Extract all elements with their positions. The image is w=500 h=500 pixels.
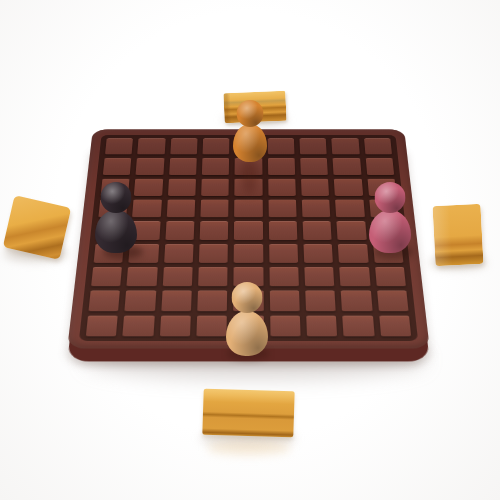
board-cell [379, 315, 411, 336]
board-cell [86, 315, 118, 336]
board-cell [162, 267, 192, 287]
board-cell [341, 291, 372, 311]
pawn-east [369, 182, 411, 253]
board-cell [168, 179, 196, 196]
wall-stack-west [3, 195, 71, 260]
pawn-east-body [369, 210, 411, 253]
board-cell [377, 291, 409, 311]
board-cell [332, 138, 360, 154]
board-cell [160, 315, 191, 336]
board-cell [105, 138, 133, 154]
board-cell [270, 315, 301, 336]
board-cell [91, 267, 122, 287]
board-cell [161, 291, 192, 311]
board-cell [270, 291, 300, 311]
board-cell [305, 291, 336, 311]
board-cell [170, 138, 197, 154]
pawn-north-head [237, 100, 264, 127]
board-cell [197, 291, 227, 311]
wall-stack-south-reflection [207, 441, 291, 455]
board-cell [375, 267, 406, 287]
board-cell [337, 221, 367, 239]
board-cell [199, 244, 228, 263]
board-cell [200, 221, 229, 239]
board-cell [335, 200, 364, 218]
board-cell [338, 244, 368, 263]
board-cell [200, 200, 228, 218]
board-cell [165, 221, 194, 239]
board-cell [301, 179, 329, 196]
pawn-south [226, 282, 268, 356]
pawn-south-head [232, 282, 263, 313]
board-cell [364, 138, 392, 154]
board-cell [304, 244, 334, 263]
board-cell [269, 244, 298, 263]
board-cell [234, 221, 263, 239]
board-cell [166, 200, 195, 218]
board-cell [365, 158, 394, 175]
board-cell [127, 267, 158, 287]
board-cell [302, 200, 331, 218]
pawn-east-head [375, 182, 406, 213]
board-cell [123, 315, 155, 336]
board-cell [134, 179, 163, 196]
board-cell [268, 179, 296, 196]
pawn-north-body [233, 124, 267, 162]
pawn-south-body [226, 311, 268, 356]
board-cell [169, 158, 197, 175]
pawn-north [233, 100, 267, 162]
board-cell [203, 138, 230, 154]
wall-stack-south [202, 389, 294, 438]
board-cell [343, 315, 375, 336]
board-cell [333, 158, 361, 175]
board-cell [103, 158, 132, 175]
board-cell [138, 138, 166, 154]
board-cell [234, 244, 263, 263]
board-cell [268, 158, 295, 175]
board-cell [196, 315, 227, 336]
board-cell [235, 179, 263, 196]
board-cell [300, 158, 328, 175]
board-cell [125, 291, 156, 311]
board-cell [202, 158, 229, 175]
board-cell [299, 138, 326, 154]
board-cell [234, 200, 262, 218]
board-cell [306, 315, 337, 336]
board-cell [334, 179, 363, 196]
board-cell [267, 138, 294, 154]
wall-stack-east [432, 204, 483, 266]
board-cell [89, 291, 121, 311]
board-cell [340, 267, 371, 287]
board-cell [304, 267, 334, 287]
board-cell [268, 200, 296, 218]
quoridor-photo-scene [0, 0, 500, 500]
pawn-west-head [101, 182, 132, 213]
pawn-west [95, 182, 137, 253]
board-cell [198, 267, 228, 287]
board-cell [269, 221, 298, 239]
board-cell [269, 267, 299, 287]
board-cell [201, 179, 229, 196]
board-cell [303, 221, 332, 239]
board-cell [164, 244, 194, 263]
pawn-west-body [95, 210, 137, 253]
board-cell [136, 158, 164, 175]
